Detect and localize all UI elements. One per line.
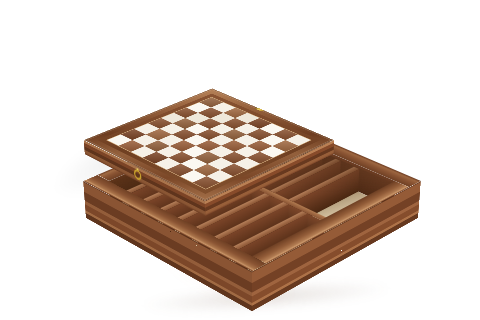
brass-hinge-icon — [255, 107, 265, 111]
photo-scene — [0, 0, 480, 320]
ring-icon — [133, 167, 142, 182]
